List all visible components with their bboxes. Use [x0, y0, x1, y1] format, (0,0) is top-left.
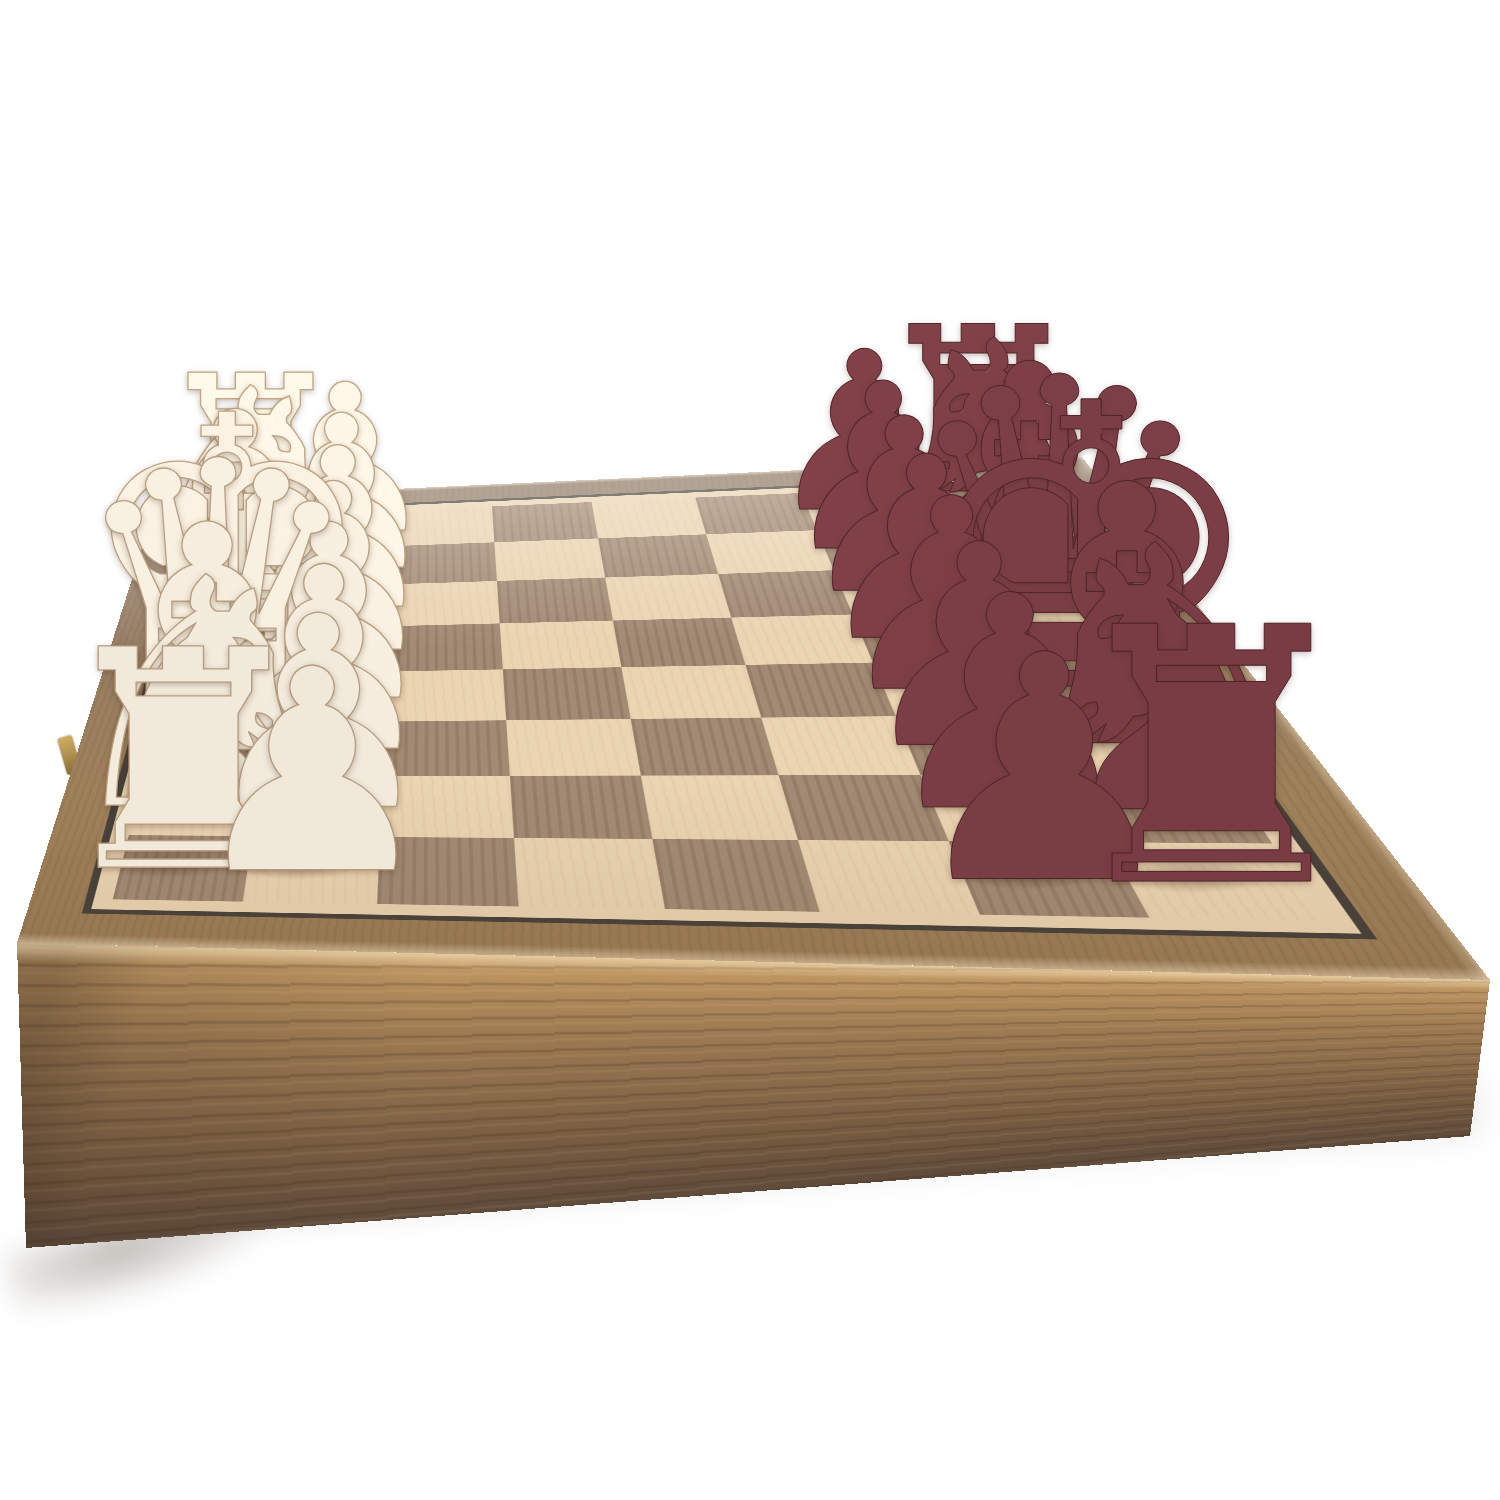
piece-white-pawn-a2[interactable]: ♟	[187, 632, 438, 912]
pieces-layer: ♜♞♝♛♚♝♞♜♟♟♟♟♟♟♟♟♟♟♟♟♟♟♟♟♜♞♝♚♛♝♞♜	[0, 0, 1500, 1500]
chess-set-photo: ♜♞♝♛♚♝♞♜♟♟♟♟♟♟♟♟♟♟♟♟♟♟♟♟♜♞♝♚♛♝♞♜	[0, 0, 1500, 1500]
piece-dark-rook-a8[interactable]: ♜	[1053, 581, 1369, 934]
